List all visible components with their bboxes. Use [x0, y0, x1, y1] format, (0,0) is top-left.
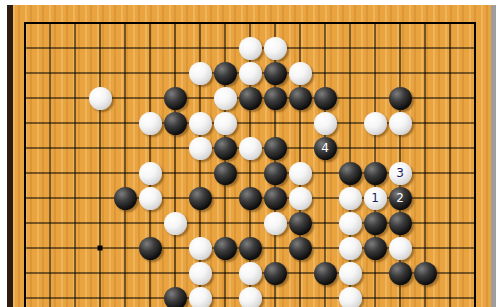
board-point[interactable] — [438, 136, 463, 161]
white-stone — [339, 212, 362, 235]
board-point[interactable] — [188, 11, 213, 36]
black-stone — [164, 87, 187, 110]
board-point[interactable] — [13, 286, 38, 307]
board-point[interactable] — [13, 211, 38, 236]
black-stone — [239, 87, 262, 110]
board-point[interactable] — [138, 261, 163, 286]
board-point[interactable] — [63, 261, 88, 286]
board-point[interactable] — [188, 111, 213, 136]
board-point[interactable] — [138, 86, 163, 111]
board-point[interactable] — [363, 111, 388, 136]
board-point[interactable] — [88, 11, 113, 36]
board-point[interactable] — [188, 161, 213, 186]
board-point[interactable] — [213, 161, 238, 186]
board-point[interactable] — [263, 286, 288, 307]
board-point[interactable] — [313, 211, 338, 236]
white-stone — [214, 112, 237, 135]
board-point[interactable] — [38, 261, 63, 286]
board-point[interactable] — [288, 136, 313, 161]
board-point[interactable] — [438, 11, 463, 36]
board-point[interactable] — [113, 236, 138, 261]
board-point[interactable] — [313, 286, 338, 307]
board-point[interactable] — [463, 186, 488, 211]
board-point[interactable] — [363, 61, 388, 86]
board-point[interactable] — [338, 186, 363, 211]
board-point[interactable] — [463, 136, 488, 161]
board-point[interactable] — [438, 61, 463, 86]
board-point[interactable] — [338, 236, 363, 261]
board-point[interactable] — [413, 286, 438, 307]
board-point[interactable] — [463, 261, 488, 286]
board-point[interactable] — [213, 261, 238, 286]
black-stone — [264, 187, 287, 210]
board-point[interactable] — [438, 261, 463, 286]
board-point[interactable] — [388, 61, 413, 86]
board-point[interactable] — [138, 61, 163, 86]
board-point[interactable] — [88, 286, 113, 307]
board-point[interactable] — [63, 86, 88, 111]
board-point[interactable] — [138, 11, 163, 36]
board-point[interactable] — [213, 111, 238, 136]
board-point[interactable] — [163, 136, 188, 161]
white-stone — [239, 37, 262, 60]
board-point[interactable] — [113, 136, 138, 161]
board-point[interactable] — [88, 36, 113, 61]
white-stone: 1 — [364, 187, 387, 210]
black-stone — [164, 112, 187, 135]
board-point[interactable] — [13, 111, 38, 136]
black-stone — [289, 212, 312, 235]
board-point[interactable] — [438, 186, 463, 211]
board-point[interactable] — [463, 61, 488, 86]
board-point[interactable] — [213, 286, 238, 307]
board-point[interactable] — [363, 161, 388, 186]
board-point[interactable] — [63, 61, 88, 86]
board-point[interactable] — [213, 11, 238, 36]
board-point[interactable] — [438, 161, 463, 186]
board-point[interactable] — [363, 36, 388, 61]
board-point[interactable] — [138, 236, 163, 261]
board-point[interactable] — [363, 236, 388, 261]
board-point[interactable] — [438, 86, 463, 111]
board-point[interactable] — [338, 136, 363, 161]
board-point[interactable] — [238, 136, 263, 161]
board-point[interactable] — [63, 236, 88, 261]
board-point[interactable] — [213, 36, 238, 61]
board-point[interactable] — [113, 161, 138, 186]
board-point[interactable] — [113, 186, 138, 211]
board-point[interactable] — [163, 261, 188, 286]
black-stone — [239, 187, 262, 210]
black-stone — [389, 262, 412, 285]
board-point[interactable] — [238, 11, 263, 36]
board-point[interactable] — [313, 36, 338, 61]
board-point[interactable] — [13, 136, 38, 161]
move-number: 1 — [371, 192, 379, 204]
white-stone — [289, 62, 312, 85]
board-point[interactable] — [288, 236, 313, 261]
board-point[interactable] — [88, 211, 113, 236]
board-point[interactable] — [88, 86, 113, 111]
white-stone — [339, 237, 362, 260]
board-point[interactable] — [238, 36, 263, 61]
board-point[interactable] — [263, 136, 288, 161]
board-point[interactable] — [138, 211, 163, 236]
board-point[interactable] — [413, 111, 438, 136]
board-point[interactable] — [38, 61, 63, 86]
board-point[interactable]: 3 — [388, 161, 413, 186]
board-point[interactable] — [338, 261, 363, 286]
board-point[interactable] — [413, 211, 438, 236]
board-point[interactable] — [163, 211, 188, 236]
black-stone — [364, 237, 387, 260]
board-point[interactable] — [138, 111, 163, 136]
black-stone — [414, 262, 437, 285]
white-stone — [239, 62, 262, 85]
board-point[interactable] — [88, 261, 113, 286]
board-point[interactable] — [288, 161, 313, 186]
black-stone — [139, 237, 162, 260]
board-point[interactable] — [413, 236, 438, 261]
black-stone — [239, 237, 262, 260]
board-point[interactable] — [63, 161, 88, 186]
board-point[interactable] — [188, 211, 213, 236]
black-stone — [364, 162, 387, 185]
board-point[interactable] — [38, 111, 63, 136]
board-point[interactable] — [38, 86, 63, 111]
board-point[interactable] — [338, 61, 363, 86]
board-point[interactable]: 4 — [313, 136, 338, 161]
white-stone — [389, 237, 412, 260]
board-point[interactable] — [288, 61, 313, 86]
board-point[interactable] — [163, 161, 188, 186]
white-stone — [389, 112, 412, 135]
board-point[interactable] — [13, 36, 38, 61]
board-point[interactable] — [313, 86, 338, 111]
board-point[interactable] — [263, 111, 288, 136]
board-point[interactable] — [263, 161, 288, 186]
board-point[interactable] — [63, 111, 88, 136]
board-point[interactable]: 1 — [363, 186, 388, 211]
board-point[interactable] — [63, 186, 88, 211]
board-point[interactable] — [463, 86, 488, 111]
white-stone — [289, 162, 312, 185]
board-point[interactable] — [188, 86, 213, 111]
white-stone — [264, 212, 287, 235]
board-point[interactable] — [388, 11, 413, 36]
board-point[interactable] — [413, 261, 438, 286]
board-point[interactable] — [338, 11, 363, 36]
board-point[interactable] — [63, 211, 88, 236]
white-stone — [189, 287, 212, 307]
board-point[interactable] — [388, 236, 413, 261]
board-point[interactable] — [163, 86, 188, 111]
board-point[interactable] — [188, 136, 213, 161]
white-stone — [89, 87, 112, 110]
board-point[interactable] — [413, 61, 438, 86]
board-point[interactable] — [263, 186, 288, 211]
board-point[interactable] — [113, 86, 138, 111]
white-stone — [139, 162, 162, 185]
board-point[interactable] — [213, 136, 238, 161]
board-point[interactable] — [313, 61, 338, 86]
white-stone: 3 — [389, 162, 412, 185]
board-point[interactable] — [163, 36, 188, 61]
black-stone — [364, 212, 387, 235]
board-point[interactable] — [213, 186, 238, 211]
board-point[interactable] — [238, 211, 263, 236]
board-point[interactable] — [263, 11, 288, 36]
board-point[interactable] — [338, 111, 363, 136]
black-stone: 2 — [389, 187, 412, 210]
board-point[interactable] — [388, 86, 413, 111]
black-stone — [214, 62, 237, 85]
white-stone — [239, 262, 262, 285]
white-stone — [189, 62, 212, 85]
white-stone — [314, 112, 337, 135]
board-point[interactable] — [313, 111, 338, 136]
move-number: 4 — [321, 142, 329, 154]
board-point[interactable] — [413, 161, 438, 186]
board-point[interactable] — [13, 61, 38, 86]
board-point[interactable] — [163, 286, 188, 307]
black-stone — [264, 137, 287, 160]
board-point[interactable] — [313, 186, 338, 211]
board-point[interactable] — [38, 161, 63, 186]
board-point[interactable] — [288, 36, 313, 61]
white-stone — [189, 262, 212, 285]
board-point[interactable] — [138, 286, 163, 307]
black-stone: 4 — [314, 137, 337, 160]
white-stone — [189, 237, 212, 260]
board-point[interactable] — [113, 111, 138, 136]
board-point[interactable] — [388, 261, 413, 286]
black-stone — [214, 237, 237, 260]
board-point[interactable] — [338, 36, 363, 61]
board-point[interactable] — [163, 186, 188, 211]
board-point[interactable] — [388, 136, 413, 161]
board-point[interactable] — [163, 236, 188, 261]
black-stone — [389, 87, 412, 110]
board-point[interactable] — [463, 286, 488, 307]
board-point[interactable] — [213, 61, 238, 86]
board-point[interactable] — [263, 261, 288, 286]
board-point[interactable] — [438, 211, 463, 236]
black-stone — [339, 162, 362, 185]
board-point[interactable] — [88, 236, 113, 261]
board-point[interactable] — [63, 136, 88, 161]
board-point[interactable] — [38, 236, 63, 261]
board-point[interactable] — [188, 61, 213, 86]
white-stone — [339, 262, 362, 285]
move-number: 3 — [396, 167, 404, 179]
board-point[interactable] — [413, 186, 438, 211]
board-point[interactable] — [313, 11, 338, 36]
board-point[interactable] — [113, 211, 138, 236]
black-stone — [114, 187, 137, 210]
board-point[interactable] — [338, 161, 363, 186]
go-board: 4312 — [0, 0, 500, 307]
board-point[interactable] — [38, 11, 63, 36]
white-stone — [239, 137, 262, 160]
board-point[interactable] — [63, 11, 88, 36]
board-point[interactable] — [163, 11, 188, 36]
board-point[interactable] — [38, 286, 63, 307]
black-stone — [214, 162, 237, 185]
board-point[interactable] — [263, 86, 288, 111]
board-point[interactable] — [213, 211, 238, 236]
black-stone — [264, 262, 287, 285]
board-point[interactable] — [188, 286, 213, 307]
black-stone — [264, 162, 287, 185]
board-point[interactable] — [188, 236, 213, 261]
board-point[interactable] — [113, 286, 138, 307]
board-point[interactable] — [238, 161, 263, 186]
board-point[interactable] — [338, 286, 363, 307]
white-stone — [189, 112, 212, 135]
board-point[interactable] — [388, 286, 413, 307]
board-point[interactable] — [138, 36, 163, 61]
board-point[interactable] — [13, 261, 38, 286]
board-point[interactable] — [163, 61, 188, 86]
board-point[interactable] — [413, 136, 438, 161]
white-stone — [289, 187, 312, 210]
board-point[interactable] — [238, 186, 263, 211]
white-stone — [139, 112, 162, 135]
board-point[interactable]: 2 — [388, 186, 413, 211]
board-point[interactable] — [363, 211, 388, 236]
black-stone — [314, 87, 337, 110]
board-point[interactable] — [13, 11, 38, 36]
black-stone — [264, 87, 287, 110]
board-point[interactable] — [338, 211, 363, 236]
board-point[interactable] — [338, 86, 363, 111]
board-point[interactable] — [413, 11, 438, 36]
board-point[interactable] — [88, 61, 113, 86]
board-point[interactable] — [113, 61, 138, 86]
board-point[interactable] — [138, 186, 163, 211]
board-point[interactable] — [263, 61, 288, 86]
board-point[interactable] — [313, 161, 338, 186]
board-point[interactable] — [363, 286, 388, 307]
board-point[interactable] — [88, 136, 113, 161]
board-point[interactable] — [363, 86, 388, 111]
board-point[interactable] — [138, 136, 163, 161]
board-point[interactable] — [88, 161, 113, 186]
board-point[interactable] — [88, 111, 113, 136]
board-point[interactable] — [88, 186, 113, 211]
black-stone — [264, 62, 287, 85]
board-point[interactable] — [113, 261, 138, 286]
board-point[interactable] — [138, 161, 163, 186]
board-point[interactable] — [313, 236, 338, 261]
black-stone — [214, 137, 237, 160]
board-point[interactable] — [438, 111, 463, 136]
board-point[interactable] — [263, 36, 288, 61]
board-point[interactable] — [213, 236, 238, 261]
white-stone — [189, 137, 212, 160]
board-point[interactable] — [188, 261, 213, 286]
board-point[interactable] — [238, 261, 263, 286]
white-stone — [164, 212, 187, 235]
board-point[interactable] — [188, 186, 213, 211]
board-point[interactable] — [288, 11, 313, 36]
board-point[interactable] — [288, 111, 313, 136]
board-point[interactable] — [363, 261, 388, 286]
board-point[interactable] — [463, 111, 488, 136]
white-stone — [364, 112, 387, 135]
board-point[interactable] — [463, 236, 488, 261]
board-point[interactable] — [113, 36, 138, 61]
board-point[interactable] — [288, 211, 313, 236]
white-stone — [264, 37, 287, 60]
board-point[interactable] — [288, 286, 313, 307]
board-point[interactable] — [413, 36, 438, 61]
board-point[interactable] — [63, 286, 88, 307]
black-stone — [189, 187, 212, 210]
board-point[interactable] — [38, 136, 63, 161]
board-point[interactable] — [438, 286, 463, 307]
board-point[interactable] — [413, 86, 438, 111]
white-stone — [339, 187, 362, 210]
move-number: 2 — [396, 192, 404, 204]
board-point[interactable] — [288, 261, 313, 286]
white-stone — [214, 87, 237, 110]
white-stone — [139, 187, 162, 210]
black-stone — [289, 237, 312, 260]
board-point[interactable] — [238, 86, 263, 111]
board-point[interactable] — [463, 211, 488, 236]
black-stone — [389, 212, 412, 235]
board-point[interactable] — [38, 211, 63, 236]
board-point[interactable] — [63, 36, 88, 61]
board-point[interactable] — [388, 36, 413, 61]
board-point[interactable] — [163, 111, 188, 136]
board-point[interactable] — [13, 161, 38, 186]
board-point[interactable] — [313, 261, 338, 286]
board-point[interactable] — [238, 111, 263, 136]
board-point[interactable] — [38, 36, 63, 61]
board-point[interactable] — [13, 86, 38, 111]
board-point[interactable] — [188, 36, 213, 61]
black-stone — [289, 87, 312, 110]
stones-grid: 4312 — [13, 11, 488, 307]
board-point[interactable] — [438, 36, 463, 61]
board-point[interactable] — [263, 211, 288, 236]
board-point[interactable] — [288, 186, 313, 211]
board-point[interactable] — [388, 111, 413, 136]
board-point[interactable] — [263, 236, 288, 261]
board-point[interactable] — [363, 11, 388, 36]
board-point[interactable] — [463, 36, 488, 61]
board-point[interactable] — [238, 61, 263, 86]
board-point[interactable] — [213, 86, 238, 111]
board-point[interactable] — [288, 86, 313, 111]
board-point[interactable] — [113, 11, 138, 36]
board-point[interactable] — [13, 236, 38, 261]
black-stone — [164, 287, 187, 307]
board-point[interactable] — [13, 186, 38, 211]
board-point[interactable] — [463, 11, 488, 36]
black-stone — [314, 262, 337, 285]
board-point[interactable] — [388, 211, 413, 236]
board-point[interactable] — [463, 161, 488, 186]
board-point[interactable] — [238, 236, 263, 261]
board-point[interactable] — [438, 236, 463, 261]
board-point[interactable] — [238, 286, 263, 307]
board-point[interactable] — [363, 136, 388, 161]
board-point[interactable] — [38, 186, 63, 211]
